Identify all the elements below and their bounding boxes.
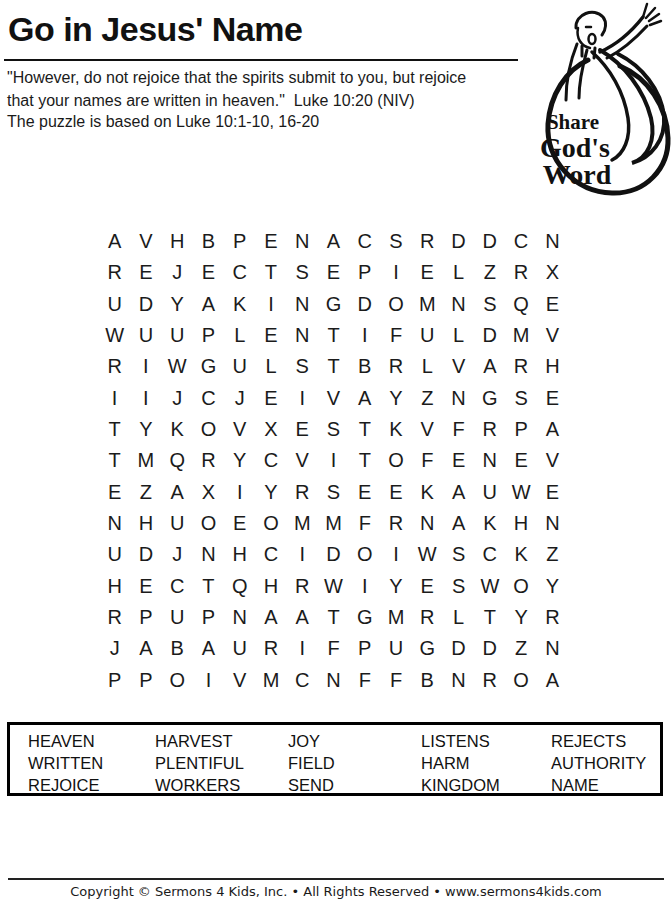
grid-cell-r9c3[interactable]: A (162, 477, 193, 508)
grid-cell-r7c13[interactable]: R (474, 414, 505, 445)
grid-cell-r3c4[interactable]: A (193, 289, 224, 320)
grid-cell-r3c5[interactable]: K (224, 289, 255, 320)
grid-cell-r3c14[interactable]: Q (505, 289, 536, 320)
grid-cell-r12c15[interactable]: Y (537, 571, 568, 602)
grid-cell-r15c4[interactable]: I (193, 665, 224, 696)
word-harvest: HARVEST (155, 730, 244, 752)
grid-cell-r2c9[interactable]: P (349, 257, 380, 288)
grid-cell-r3c6[interactable]: I (255, 289, 286, 320)
grid-cell-r3c10[interactable]: O (380, 289, 411, 320)
word-listens: LISTENS (421, 730, 500, 752)
grid-cell-r13c6[interactable]: A (255, 602, 286, 633)
grid-cell-r13c2[interactable]: P (130, 602, 161, 633)
grid-cell-r3c15[interactable]: E (537, 289, 568, 320)
word-heaven: HEAVEN (28, 730, 103, 752)
grid-cell-r7c7[interactable]: E (287, 414, 318, 445)
footer-divider (8, 878, 664, 880)
grid-cell-r5c3[interactable]: W (162, 351, 193, 382)
grid-cell-r13c3[interactable]: U (162, 602, 193, 633)
grid-cell-r10c5[interactable]: E (224, 508, 255, 539)
grid-cell-r4c5[interactable]: L (224, 320, 255, 351)
grid-cell-r9c5[interactable]: I (224, 477, 255, 508)
grid-cell-r2c14[interactable]: R (505, 257, 536, 288)
grid-cell-r13c14[interactable]: Y (505, 602, 536, 633)
grid-cell-r8c13[interactable]: N (474, 445, 505, 476)
grid-cell-r6c5[interactable]: J (224, 383, 255, 414)
grid-cell-r11c12[interactable]: S (443, 539, 474, 570)
grid-cell-r5c11[interactable]: L (412, 351, 443, 382)
grid-cell-r8c9[interactable]: T (349, 445, 380, 476)
grid-cell-r11c8[interactable]: D (318, 539, 349, 570)
grid-cell-r9c4[interactable]: X (193, 477, 224, 508)
grid-cell-r6c14[interactable]: S (505, 383, 536, 414)
word-rejects: REJECTS (551, 730, 646, 752)
grid-cell-r13c4[interactable]: P (193, 602, 224, 633)
grid-cell-r6c6[interactable]: E (255, 383, 286, 414)
grid-cell-r8c1[interactable]: T (99, 445, 130, 476)
grid-cell-r1c9[interactable]: C (349, 226, 380, 257)
grid-cell-r14c15[interactable]: N (537, 633, 568, 664)
grid-cell-r15c12[interactable]: N (443, 665, 474, 696)
grid-cell-r2c6[interactable]: T (255, 257, 286, 288)
grid-cell-r13c15[interactable]: R (537, 602, 568, 633)
grid-cell-r2c8[interactable]: E (318, 257, 349, 288)
grid-cell-r1c7[interactable]: N (287, 226, 318, 257)
grid-cell-r10c13[interactable]: K (474, 508, 505, 539)
grid-cell-r5c4[interactable]: G (193, 351, 224, 382)
grid-cell-r15c14[interactable]: O (505, 665, 536, 696)
grid-cell-r12c3[interactable]: C (162, 571, 193, 602)
grid-cell-r4c12[interactable]: L (443, 320, 474, 351)
grid-cell-r2c15[interactable]: X (537, 257, 568, 288)
grid-cell-r12c12[interactable]: S (443, 571, 474, 602)
grid-cell-r8c14[interactable]: E (505, 445, 536, 476)
grid-cell-r10c4[interactable]: O (193, 508, 224, 539)
grid-cell-r14c8[interactable]: F (318, 633, 349, 664)
grid-cell-r5c8[interactable]: T (318, 351, 349, 382)
grid-cell-r1c14[interactable]: C (505, 226, 536, 257)
grid-cell-r4c8[interactable]: T (318, 320, 349, 351)
grid-cell-r4c7[interactable]: N (287, 320, 318, 351)
grid-cell-r5c2[interactable]: I (130, 351, 161, 382)
grid-cell-r7c1[interactable]: T (99, 414, 130, 445)
grid-cell-r15c10[interactable]: F (380, 665, 411, 696)
page-title: Go in Jesus' Name (8, 10, 302, 49)
grid-cell-r2c4[interactable]: E (193, 257, 224, 288)
grid-cell-r11c11[interactable]: W (412, 539, 443, 570)
grid-cell-r4c13[interactable]: D (474, 320, 505, 351)
grid-cell-r4c9[interactable]: I (349, 320, 380, 351)
grid-cell-r9c6[interactable]: Y (255, 477, 286, 508)
grid-cell-r7c3[interactable]: K (162, 414, 193, 445)
grid-cell-r1c11[interactable]: R (412, 226, 443, 257)
grid-cell-r6c3[interactable]: J (162, 383, 193, 414)
grid-cell-r2c13[interactable]: Z (474, 257, 505, 288)
word-plentiful: PLENTIFUL (155, 752, 244, 774)
word-name: NAME (551, 774, 646, 796)
grid-cell-r10c14[interactable]: H (505, 508, 536, 539)
grid-cell-r6c15[interactable]: E (537, 383, 568, 414)
grid-cell-r8c4[interactable]: R (193, 445, 224, 476)
figure-fingers-icon (643, 4, 661, 25)
grid-cell-r2c5[interactable]: C (224, 257, 255, 288)
grid-cell-r11c4[interactable]: N (193, 539, 224, 570)
grid-cell-r12c2[interactable]: E (130, 571, 161, 602)
grid-cell-r15c1[interactable]: P (99, 665, 130, 696)
word-joy: JOY (288, 730, 335, 752)
grid-cell-r3c9[interactable]: D (349, 289, 380, 320)
grid-cell-r12c9[interactable]: I (349, 571, 380, 602)
grid-cell-r7c8[interactable]: S (318, 414, 349, 445)
grid-cell-r14c9[interactable]: P (349, 633, 380, 664)
grid-cell-r2c11[interactable]: E (412, 257, 443, 288)
copyright-text: Copyright © Sermons 4 Kids, Inc. • All R… (0, 884, 672, 899)
grid-cell-r6c11[interactable]: Z (412, 383, 443, 414)
grid-cell-r7c6[interactable]: X (255, 414, 286, 445)
grid-cell-r9c8[interactable]: S (318, 477, 349, 508)
grid-cell-r14c14[interactable]: Z (505, 633, 536, 664)
grid-cell-r15c8[interactable]: N (318, 665, 349, 696)
grid-cell-r1c2[interactable]: V (130, 226, 161, 257)
grid-cell-r6c7[interactable]: I (287, 383, 318, 414)
grid-cell-r3c3[interactable]: Y (162, 289, 193, 320)
grid-cell-r7c11[interactable]: V (412, 414, 443, 445)
grid-cell-r13c7[interactable]: A (287, 602, 318, 633)
grid-cell-r14c12[interactable]: D (443, 633, 474, 664)
grid-cell-r2c1[interactable]: R (99, 257, 130, 288)
grid-cell-r8c15[interactable]: V (537, 445, 568, 476)
grid-cell-r15c9[interactable]: F (349, 665, 380, 696)
grid-cell-r11c6[interactable]: C (255, 539, 286, 570)
grid-cell-r5c5[interactable]: U (224, 351, 255, 382)
word-list-column-1: HEAVENWRITTENREJOICE (28, 730, 103, 796)
grid-cell-r7c2[interactable]: Y (130, 414, 161, 445)
grid-cell-r11c1[interactable]: U (99, 539, 130, 570)
grid-cell-r7c10[interactable]: K (380, 414, 411, 445)
grid-cell-r1c8[interactable]: A (318, 226, 349, 257)
grid-cell-r13c9[interactable]: G (349, 602, 380, 633)
grid-cell-r3c11[interactable]: M (412, 289, 443, 320)
grid-cell-r9c1[interactable]: E (99, 477, 130, 508)
grid-cell-r14c10[interactable]: U (380, 633, 411, 664)
grid-cell-r1c12[interactable]: D (443, 226, 474, 257)
grid-cell-r7c5[interactable]: V (224, 414, 255, 445)
grid-cell-r4c2[interactable]: U (130, 320, 161, 351)
grid-cell-r2c3[interactable]: J (162, 257, 193, 288)
grid-cell-r11c13[interactable]: C (474, 539, 505, 570)
grid-cell-r13c13[interactable]: T (474, 602, 505, 633)
grid-cell-r8c11[interactable]: F (412, 445, 443, 476)
grid-cell-r13c1[interactable]: R (99, 602, 130, 633)
word-rejoice: REJOICE (28, 774, 103, 796)
grid-cell-r10c15[interactable]: N (537, 508, 568, 539)
figure-mouth-icon (589, 34, 596, 44)
grid-cell-r12c8[interactable]: W (318, 571, 349, 602)
grid-cell-r4c6[interactable]: E (255, 320, 286, 351)
grid-cell-r1c10[interactable]: S (380, 226, 411, 257)
grid-cell-r3c12[interactable]: N (443, 289, 474, 320)
grid-cell-r15c15[interactable]: A (537, 665, 568, 696)
grid-cell-r11c15[interactable]: Z (537, 539, 568, 570)
grid-cell-r4c10[interactable]: F (380, 320, 411, 351)
grid-cell-r3c1[interactable]: U (99, 289, 130, 320)
grid-cell-r15c5[interactable]: V (224, 665, 255, 696)
grid-cell-r15c13[interactable]: R (474, 665, 505, 696)
grid-cell-r1c13[interactable]: D (474, 226, 505, 257)
grid-cell-r8c12[interactable]: E (443, 445, 474, 476)
grid-cell-r7c14[interactable]: P (505, 414, 536, 445)
grid-cell-r12c10[interactable]: Y (380, 571, 411, 602)
grid-cell-r12c4[interactable]: T (193, 571, 224, 602)
grid-cell-r6c12[interactable]: N (443, 383, 474, 414)
grid-cell-r9c15[interactable]: E (537, 477, 568, 508)
grid-cell-r14c5[interactable]: U (224, 633, 255, 664)
grid-cell-r4c4[interactable]: P (193, 320, 224, 351)
grid-cell-r9c14[interactable]: W (505, 477, 536, 508)
grid-cell-r8c7[interactable]: V (287, 445, 318, 476)
grid-cell-r3c7[interactable]: N (287, 289, 318, 320)
grid-cell-r1c15[interactable]: N (537, 226, 568, 257)
scripture-quote: "However, do not rejoice that the spirit… (7, 66, 466, 112)
grid-cell-r1c4[interactable]: B (193, 226, 224, 257)
grid-cell-r5c10[interactable]: R (380, 351, 411, 382)
grid-cell-r5c7[interactable]: S (287, 351, 318, 382)
grid-cell-r11c14[interactable]: K (505, 539, 536, 570)
grid-cell-r10c3[interactable]: U (162, 508, 193, 539)
grid-cell-r10c8[interactable]: M (318, 508, 349, 539)
grid-cell-r6c1[interactable]: I (99, 383, 130, 414)
word-workers: WORKERS (155, 774, 244, 796)
grid-cell-r10c1[interactable]: N (99, 508, 130, 539)
grid-cell-r2c2[interactable]: E (130, 257, 161, 288)
quote-line-2: that your names are written in heaven." … (7, 92, 415, 109)
grid-cell-r14c2[interactable]: A (130, 633, 161, 664)
grid-cell-r9c2[interactable]: Z (130, 477, 161, 508)
grid-cell-r7c9[interactable]: T (349, 414, 380, 445)
grid-cell-r8c3[interactable]: Q (162, 445, 193, 476)
grid-cell-r5c15[interactable]: H (537, 351, 568, 382)
grid-cell-r2c12[interactable]: L (443, 257, 474, 288)
word-field: FIELD (288, 752, 335, 774)
word-written: WRITTEN (28, 752, 103, 774)
grid-cell-r1c6[interactable]: E (255, 226, 286, 257)
grid-cell-r1c3[interactable]: H (162, 226, 193, 257)
grid-cell-r12c7[interactable]: R (287, 571, 318, 602)
figure-arm-inner-icon (607, 26, 647, 58)
grid-cell-r11c3[interactable]: J (162, 539, 193, 570)
grid-cell-r14c1[interactable]: J (99, 633, 130, 664)
grid-cell-r10c2[interactable]: H (130, 508, 161, 539)
logo-text-share: Share (547, 110, 599, 134)
grid-cell-r12c1[interactable]: H (99, 571, 130, 602)
grid-cell-r14c11[interactable]: G (412, 633, 443, 664)
grid-cell-r13c8[interactable]: T (318, 602, 349, 633)
grid-cell-r11c7[interactable]: I (287, 539, 318, 570)
grid-cell-r3c2[interactable]: D (130, 289, 161, 320)
grid-cell-r8c10[interactable]: O (380, 445, 411, 476)
grid-cell-r15c11[interactable]: B (412, 665, 443, 696)
word-list-column-5: REJECTSAUTHORITYNAME (551, 730, 646, 796)
grid-cell-r6c8[interactable]: V (318, 383, 349, 414)
grid-cell-r8c6[interactable]: C (255, 445, 286, 476)
grid-cell-r11c10[interactable]: I (380, 539, 411, 570)
figure-head-icon (576, 12, 606, 35)
grid-cell-r8c5[interactable]: Y (224, 445, 255, 476)
grid-cell-r6c13[interactable]: G (474, 383, 505, 414)
word-list-column-2: HARVESTPLENTIFULWORKERS (155, 730, 244, 796)
word-list-column-4: LISTENSHARMKINGDOM (421, 730, 500, 796)
grid-cell-r1c1[interactable]: A (99, 226, 130, 257)
grid-cell-r12c11[interactable]: E (412, 571, 443, 602)
grid-cell-r14c13[interactable]: D (474, 633, 505, 664)
grid-cell-r12c5[interactable]: Q (224, 571, 255, 602)
word-list-column-3: JOYFIELDSEND (288, 730, 335, 796)
grid-cell-r8c8[interactable]: I (318, 445, 349, 476)
word-kingdom: KINGDOM (421, 774, 500, 796)
grid-cell-r11c9[interactable]: O (349, 539, 380, 570)
grid-cell-r6c10[interactable]: Y (380, 383, 411, 414)
grid-cell-r5c6[interactable]: L (255, 351, 286, 382)
grid-cell-r15c2[interactable]: P (130, 665, 161, 696)
grid-cell-r10c6[interactable]: O (255, 508, 286, 539)
grid-cell-r5c12[interactable]: V (443, 351, 474, 382)
grid-cell-r2c10[interactable]: I (380, 257, 411, 288)
grid-cell-r3c13[interactable]: S (474, 289, 505, 320)
grid-cell-r15c6[interactable]: M (255, 665, 286, 696)
grid-cell-r10c9[interactable]: F (349, 508, 380, 539)
grid-cell-r11c2[interactable]: D (130, 539, 161, 570)
grid-cell-r14c6[interactable]: R (255, 633, 286, 664)
grid-cell-r14c7[interactable]: I (287, 633, 318, 664)
grid-cell-r5c13[interactable]: A (474, 351, 505, 382)
puzzle-basis-note: The puzzle is based on Luke 10:1-10, 16-… (7, 113, 319, 131)
grid-cell-r5c9[interactable]: B (349, 351, 380, 382)
word-harm: HARM (421, 752, 500, 774)
grid-cell-r1c5[interactable]: P (224, 226, 255, 257)
grid-cell-r6c2[interactable]: I (130, 383, 161, 414)
grid-cell-r9c9[interactable]: E (349, 477, 380, 508)
grid-cell-r3c8[interactable]: G (318, 289, 349, 320)
grid-cell-r5c1[interactable]: R (99, 351, 130, 382)
word-authority: AUTHORITY (551, 752, 646, 774)
grid-cell-r10c7[interactable]: M (287, 508, 318, 539)
word-send: SEND (288, 774, 335, 796)
grid-cell-r4c1[interactable]: W (99, 320, 130, 351)
grid-cell-r4c15[interactable]: V (537, 320, 568, 351)
grid-cell-r14c3[interactable]: B (162, 633, 193, 664)
grid-cell-r4c14[interactable]: M (505, 320, 536, 351)
grid-cell-r7c4[interactable]: O (193, 414, 224, 445)
share-gods-word-logo: Share God's Word (520, 0, 672, 200)
grid-cell-r12c13[interactable]: W (474, 571, 505, 602)
grid-cell-r13c5[interactable]: N (224, 602, 255, 633)
grid-cell-r9c12[interactable]: A (443, 477, 474, 508)
grid-cell-r12c14[interactable]: O (505, 571, 536, 602)
grid-cell-r10c11[interactable]: N (412, 508, 443, 539)
grid-cell-r7c15[interactable]: A (537, 414, 568, 445)
quote-line-1: "However, do not rejoice that the spirit… (7, 69, 466, 86)
word-list: HEAVENWRITTENREJOICEHARVESTPLENTIFULWORK… (7, 722, 663, 796)
grid-cell-r13c12[interactable]: L (443, 602, 474, 633)
grid-cell-r13c10[interactable]: M (380, 602, 411, 633)
grid-cell-r4c3[interactable]: U (162, 320, 193, 351)
letter-grid: AVHBPENACSRDDCNREJECTSEPIELZRXUDYAKINGDO… (99, 226, 568, 696)
grid-cell-r9c7[interactable]: R (287, 477, 318, 508)
grid-cell-r14c4[interactable]: A (193, 633, 224, 664)
grid-cell-r7c12[interactable]: F (443, 414, 474, 445)
title-divider (4, 59, 518, 61)
grid-cell-r12c6[interactable]: H (255, 571, 286, 602)
grid-cell-r10c10[interactable]: R (380, 508, 411, 539)
grid-cell-r9c11[interactable]: K (412, 477, 443, 508)
grid-cell-r11c5[interactable]: H (224, 539, 255, 570)
grid-cell-r2c7[interactable]: S (287, 257, 318, 288)
grid-cell-r6c4[interactable]: C (193, 383, 224, 414)
grid-cell-r5c14[interactable]: R (505, 351, 536, 382)
grid-cell-r15c3[interactable]: O (162, 665, 193, 696)
grid-cell-r6c9[interactable]: A (349, 383, 380, 414)
grid-cell-r13c11[interactable]: R (412, 602, 443, 633)
grid-cell-r15c7[interactable]: C (287, 665, 318, 696)
grid-cell-r9c13[interactable]: U (474, 477, 505, 508)
grid-cell-r8c2[interactable]: M (130, 445, 161, 476)
grid-cell-r10c12[interactable]: A (443, 508, 474, 539)
grid-cell-r4c11[interactable]: U (412, 320, 443, 351)
grid-cell-r9c10[interactable]: E (380, 477, 411, 508)
logo-text-word: Word (543, 159, 612, 190)
